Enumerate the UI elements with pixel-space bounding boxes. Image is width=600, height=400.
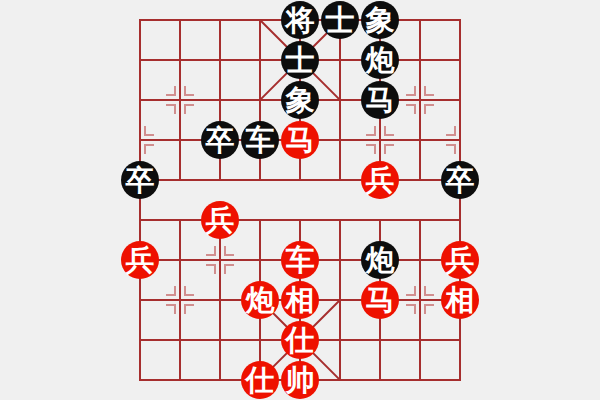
piece-black-advisor[interactable]: 士 — [321, 1, 359, 39]
position-marker — [166, 86, 194, 114]
piece-red-soldier[interactable]: 兵 — [361, 161, 399, 199]
piece-red-horse[interactable]: 马 — [361, 281, 399, 319]
piece-red-chariot[interactable]: 车 — [281, 241, 319, 279]
piece-black-cannon[interactable]: 炮 — [361, 41, 399, 79]
position-marker — [446, 126, 474, 154]
piece-black-elephant[interactable]: 象 — [361, 1, 399, 39]
position-marker — [206, 246, 234, 274]
piece-black-soldier[interactable]: 卒 — [201, 121, 239, 159]
piece-black-general[interactable]: 将 — [281, 1, 319, 39]
piece-red-general[interactable]: 帅 — [281, 361, 319, 399]
position-marker — [406, 286, 434, 314]
piece-red-soldier[interactable]: 兵 — [441, 241, 479, 279]
position-marker — [166, 286, 194, 314]
app-background: { "game": "xiangqi", "position": { "fen"… — [0, 0, 600, 400]
board-border — [459, 19, 461, 381]
piece-black-soldier[interactable]: 卒 — [441, 161, 479, 199]
piece-black-cannon[interactable]: 炮 — [361, 241, 399, 279]
piece-red-horse[interactable]: 马 — [281, 121, 319, 159]
piece-black-soldier[interactable]: 卒 — [121, 161, 159, 199]
piece-black-elephant[interactable]: 象 — [281, 81, 319, 119]
piece-red-soldier[interactable]: 兵 — [121, 241, 159, 279]
piece-red-soldier[interactable]: 兵 — [201, 201, 239, 239]
position-marker — [406, 86, 434, 114]
piece-red-cannon[interactable]: 炮 — [241, 281, 279, 319]
position-marker — [366, 126, 394, 154]
grid-line — [219, 220, 221, 380]
piece-red-elephant[interactable]: 相 — [441, 281, 479, 319]
piece-black-chariot[interactable]: 车 — [241, 121, 279, 159]
piece-black-horse[interactable]: 马 — [361, 81, 399, 119]
xiangqi-board[interactable]: 将士象士炮象马卒车马卒兵卒兵兵车炮兵炮相马相仕仕帅 — [140, 20, 460, 380]
piece-black-advisor[interactable]: 士 — [281, 41, 319, 79]
piece-red-advisor[interactable]: 仕 — [241, 361, 279, 399]
piece-red-elephant[interactable]: 相 — [281, 281, 319, 319]
piece-red-advisor[interactable]: 仕 — [281, 321, 319, 359]
board-border — [139, 19, 141, 381]
position-marker — [126, 126, 154, 154]
